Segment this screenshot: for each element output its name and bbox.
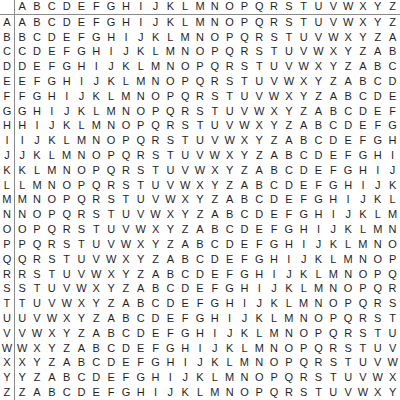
- grid-cell: P: [44, 207, 59, 222]
- grid-cell: D: [385, 74, 400, 89]
- grid-cell: F: [267, 222, 282, 237]
- grid-cell: G: [119, 385, 134, 400]
- grid-cell: X: [119, 252, 134, 267]
- grid-cell: B: [341, 89, 356, 104]
- col-header-cell: G: [104, 0, 119, 15]
- grid-cell: Q: [237, 30, 252, 45]
- grid-cell: S: [341, 341, 356, 356]
- grid-cell: X: [222, 148, 237, 163]
- grid-cell: A: [207, 207, 222, 222]
- grid-cell: I: [341, 193, 356, 208]
- grid-cell: O: [74, 163, 89, 178]
- grid-cell: F: [89, 15, 104, 30]
- grid-cell: S: [133, 163, 148, 178]
- grid-cell: L: [341, 237, 356, 252]
- grid-cell: W: [296, 59, 311, 74]
- grid-cell: Y: [267, 119, 282, 134]
- grid-cell: M: [148, 59, 163, 74]
- grid-cell: G: [222, 281, 237, 296]
- grid-cell: U: [326, 385, 341, 400]
- grid-cell: Q: [252, 15, 267, 30]
- grid-cell: N: [89, 133, 104, 148]
- grid-cell: B: [133, 296, 148, 311]
- grid-cell: R: [207, 74, 222, 89]
- grid-cell: T: [44, 267, 59, 282]
- grid-cell: Z: [252, 148, 267, 163]
- grid-cell: E: [178, 296, 193, 311]
- grid-cell: O: [15, 222, 30, 237]
- grid-cell: P: [356, 281, 371, 296]
- grid-cell: R: [370, 296, 385, 311]
- grid-cell: Y: [74, 311, 89, 326]
- grid-cell: X: [356, 15, 371, 30]
- grid-cell: Q: [89, 178, 104, 193]
- grid-cell: S: [89, 207, 104, 222]
- grid-cell: P: [193, 59, 208, 74]
- grid-cell: L: [44, 148, 59, 163]
- grid-cell: P: [59, 193, 74, 208]
- grid-cell: W: [178, 178, 193, 193]
- col-header-cell: X: [356, 0, 371, 15]
- grid-cell: I: [193, 341, 208, 356]
- grid-cell: R: [252, 30, 267, 45]
- row-header-cell: I: [0, 133, 15, 148]
- grid-cell: G: [163, 341, 178, 356]
- grid-cell: Q: [104, 163, 119, 178]
- grid-cell: K: [326, 237, 341, 252]
- grid-cell: C: [104, 341, 119, 356]
- grid-cell: M: [311, 281, 326, 296]
- grid-cell: S: [30, 267, 45, 282]
- grid-cell: V: [148, 193, 163, 208]
- grid-cell: R: [267, 15, 282, 30]
- grid-cell: T: [296, 15, 311, 30]
- grid-cell: D: [133, 326, 148, 341]
- tabula-recta-grid: ABCDEFGHIJKLMNOPQRSTUVWXYZAABCDEFGHIJKLM…: [0, 0, 400, 400]
- grid-cell: U: [281, 44, 296, 59]
- grid-cell: F: [74, 30, 89, 45]
- grid-cell: M: [59, 148, 74, 163]
- grid-cell: C: [281, 163, 296, 178]
- grid-cell: J: [89, 74, 104, 89]
- grid-cell: X: [341, 30, 356, 45]
- grid-cell: U: [252, 74, 267, 89]
- grid-cell: K: [207, 356, 222, 371]
- grid-cell: E: [356, 119, 371, 134]
- row-header-cell: F: [0, 89, 15, 104]
- grid-cell: P: [104, 148, 119, 163]
- grid-cell: A: [163, 252, 178, 267]
- grid-cell: N: [326, 281, 341, 296]
- grid-cell: E: [193, 281, 208, 296]
- grid-cell: W: [222, 133, 237, 148]
- grid-cell: F: [326, 163, 341, 178]
- grid-cell: E: [133, 341, 148, 356]
- grid-cell: H: [311, 207, 326, 222]
- grid-cell: W: [252, 104, 267, 119]
- grid-cell: J: [385, 163, 400, 178]
- grid-cell: A: [281, 133, 296, 148]
- grid-cell: J: [163, 385, 178, 400]
- grid-cell: A: [341, 74, 356, 89]
- grid-cell: T: [178, 133, 193, 148]
- grid-cell: H: [237, 281, 252, 296]
- grid-cell: Z: [44, 356, 59, 371]
- row-header-cell: U: [0, 311, 15, 326]
- grid-cell: F: [59, 44, 74, 59]
- grid-cell: P: [163, 89, 178, 104]
- row-header-cell: C: [0, 44, 15, 59]
- grid-cell: O: [311, 311, 326, 326]
- grid-cell: I: [296, 237, 311, 252]
- grid-cell: Z: [341, 59, 356, 74]
- grid-cell: O: [356, 267, 371, 282]
- grid-cell: X: [178, 193, 193, 208]
- grid-cell: C: [252, 193, 267, 208]
- grid-cell: V: [119, 222, 134, 237]
- grid-cell: Y: [341, 44, 356, 59]
- grid-cell: S: [296, 385, 311, 400]
- grid-cell: W: [341, 15, 356, 30]
- grid-cell: V: [252, 89, 267, 104]
- grid-cell: G: [296, 207, 311, 222]
- grid-cell: S: [104, 193, 119, 208]
- grid-cell: H: [296, 222, 311, 237]
- grid-cell: O: [252, 370, 267, 385]
- grid-cell: D: [193, 267, 208, 282]
- grid-cell: G: [104, 15, 119, 30]
- grid-cell: Y: [356, 30, 371, 45]
- grid-cell: N: [207, 15, 222, 30]
- grid-cell: J: [370, 178, 385, 193]
- grid-cell: Z: [104, 296, 119, 311]
- grid-cell: G: [148, 356, 163, 371]
- grid-cell: C: [193, 252, 208, 267]
- grid-cell: P: [30, 222, 45, 237]
- grid-cell: N: [119, 104, 134, 119]
- grid-cell: J: [193, 356, 208, 371]
- grid-cell: M: [356, 237, 371, 252]
- grid-cell: X: [267, 104, 282, 119]
- grid-cell: B: [74, 356, 89, 371]
- grid-cell: Y: [104, 281, 119, 296]
- grid-cell: Z: [311, 89, 326, 104]
- grid-cell: P: [119, 133, 134, 148]
- grid-cell: H: [15, 119, 30, 134]
- grid-cell: X: [148, 222, 163, 237]
- grid-cell: L: [59, 133, 74, 148]
- grid-cell: E: [15, 74, 30, 89]
- grid-cell: K: [281, 281, 296, 296]
- grid-cell: R: [59, 222, 74, 237]
- grid-cell: F: [207, 281, 222, 296]
- grid-cell: A: [104, 311, 119, 326]
- grid-cell: W: [74, 281, 89, 296]
- grid-cell: M: [237, 356, 252, 371]
- grid-cell: Z: [15, 385, 30, 400]
- grid-cell: G: [385, 119, 400, 134]
- grid-cell: Z: [163, 237, 178, 252]
- grid-cell: I: [148, 385, 163, 400]
- grid-cell: U: [89, 237, 104, 252]
- grid-cell: P: [326, 311, 341, 326]
- grid-cell: V: [311, 30, 326, 45]
- grid-cell: E: [30, 59, 45, 74]
- grid-cell: E: [237, 237, 252, 252]
- grid-cell: M: [222, 370, 237, 385]
- grid-cell: J: [119, 44, 134, 59]
- grid-cell: A: [44, 370, 59, 385]
- grid-cell: E: [385, 89, 400, 104]
- grid-cell: S: [148, 148, 163, 163]
- grid-cell: R: [356, 311, 371, 326]
- grid-cell: X: [163, 207, 178, 222]
- grid-cell: F: [296, 193, 311, 208]
- grid-cell: C: [296, 148, 311, 163]
- grid-cell: F: [222, 267, 237, 282]
- grid-cell: H: [148, 370, 163, 385]
- grid-cell: I: [385, 148, 400, 163]
- grid-cell: I: [119, 30, 134, 45]
- grid-cell: A: [15, 15, 30, 30]
- grid-cell: H: [326, 193, 341, 208]
- grid-cell: S: [74, 222, 89, 237]
- grid-cell: E: [267, 207, 282, 222]
- row-header-cell: S: [0, 281, 15, 296]
- grid-cell: O: [178, 59, 193, 74]
- grid-cell: K: [385, 178, 400, 193]
- grid-cell: Y: [222, 163, 237, 178]
- grid-cell: S: [356, 326, 371, 341]
- grid-cell: R: [311, 356, 326, 371]
- grid-cell: L: [356, 222, 371, 237]
- grid-cell: C: [119, 326, 134, 341]
- grid-cell: A: [133, 281, 148, 296]
- grid-cell: I: [311, 222, 326, 237]
- grid-cell: T: [341, 356, 356, 371]
- grid-cell: R: [296, 370, 311, 385]
- grid-cell: X: [30, 341, 45, 356]
- grid-cell: J: [178, 370, 193, 385]
- grid-cell: V: [59, 281, 74, 296]
- col-header-cell: R: [267, 0, 282, 15]
- grid-cell: R: [222, 59, 237, 74]
- col-header-cell: U: [311, 0, 326, 15]
- grid-cell: S: [370, 311, 385, 326]
- grid-cell: P: [222, 30, 237, 45]
- grid-cell: U: [119, 207, 134, 222]
- grid-cell: X: [104, 267, 119, 282]
- grid-cell: Q: [193, 74, 208, 89]
- grid-cell: J: [104, 59, 119, 74]
- grid-cell: X: [89, 281, 104, 296]
- grid-cell: W: [326, 30, 341, 45]
- grid-cell: R: [326, 341, 341, 356]
- grid-cell: I: [163, 370, 178, 385]
- grid-cell: R: [44, 237, 59, 252]
- grid-cell: U: [104, 222, 119, 237]
- grid-cell: C: [44, 15, 59, 30]
- grid-cell: G: [59, 59, 74, 74]
- row-header-cell: Z: [0, 385, 15, 400]
- grid-cell: Q: [341, 311, 356, 326]
- grid-cell: F: [15, 89, 30, 104]
- grid-cell: Y: [15, 370, 30, 385]
- row-header-cell: H: [0, 119, 15, 134]
- grid-cell: F: [237, 252, 252, 267]
- grid-cell: Z: [133, 267, 148, 282]
- grid-cell: X: [311, 59, 326, 74]
- grid-cell: P: [178, 74, 193, 89]
- grid-cell: V: [341, 385, 356, 400]
- grid-cell: R: [281, 385, 296, 400]
- grid-cell: M: [30, 178, 45, 193]
- grid-cell: V: [356, 370, 371, 385]
- col-header-cell: M: [193, 0, 208, 15]
- grid-cell: X: [44, 326, 59, 341]
- grid-cell: B: [148, 281, 163, 296]
- grid-cell: S: [59, 237, 74, 252]
- grid-cell: O: [385, 237, 400, 252]
- grid-cell: Q: [311, 341, 326, 356]
- grid-cell: T: [207, 104, 222, 119]
- grid-cell: V: [104, 237, 119, 252]
- grid-cell: V: [74, 267, 89, 282]
- grid-cell: T: [222, 89, 237, 104]
- grid-cell: D: [30, 44, 45, 59]
- grid-cell: N: [148, 74, 163, 89]
- grid-cell: E: [281, 193, 296, 208]
- grid-cell: J: [44, 119, 59, 134]
- grid-cell: T: [133, 178, 148, 193]
- grid-cell: Q: [133, 133, 148, 148]
- grid-cell: M: [178, 30, 193, 45]
- grid-cell: I: [252, 281, 267, 296]
- col-header-cell: P: [237, 0, 252, 15]
- grid-cell: P: [341, 296, 356, 311]
- grid-cell: D: [89, 370, 104, 385]
- grid-cell: S: [311, 370, 326, 385]
- grid-cell: T: [326, 370, 341, 385]
- grid-cell: Q: [148, 119, 163, 134]
- grid-cell: H: [252, 267, 267, 282]
- grid-cell: J: [267, 281, 282, 296]
- grid-cell: L: [15, 178, 30, 193]
- grid-cell: V: [281, 59, 296, 74]
- grid-cell: B: [252, 178, 267, 193]
- grid-cell: K: [370, 193, 385, 208]
- grid-cell: A: [296, 119, 311, 134]
- grid-cell: B: [104, 326, 119, 341]
- grid-cell: C: [89, 356, 104, 371]
- grid-cell: D: [237, 222, 252, 237]
- grid-cell: N: [281, 326, 296, 341]
- grid-cell: L: [311, 267, 326, 282]
- col-header-cell: T: [296, 0, 311, 15]
- grid-cell: P: [281, 356, 296, 371]
- grid-cell: W: [237, 119, 252, 134]
- grid-cell: D: [356, 104, 371, 119]
- row-header-cell: A: [0, 15, 15, 30]
- grid-cell: Y: [311, 74, 326, 89]
- grid-cell: B: [193, 237, 208, 252]
- col-header-cell: Y: [370, 0, 385, 15]
- grid-cell: V: [89, 252, 104, 267]
- grid-cell: C: [370, 74, 385, 89]
- grid-cell: U: [133, 193, 148, 208]
- grid-cell: N: [104, 119, 119, 134]
- grid-cell: K: [59, 119, 74, 134]
- row-header-cell: P: [0, 237, 15, 252]
- grid-cell: W: [207, 148, 222, 163]
- grid-cell: D: [44, 30, 59, 45]
- grid-cell: E: [341, 133, 356, 148]
- grid-cell: V: [44, 296, 59, 311]
- grid-cell: P: [385, 252, 400, 267]
- grid-cell: H: [281, 237, 296, 252]
- grid-cell: X: [193, 178, 208, 193]
- row-header-cell: T: [0, 296, 15, 311]
- grid-cell: D: [148, 311, 163, 326]
- grid-cell: V: [15, 326, 30, 341]
- grid-cell: V: [237, 104, 252, 119]
- grid-cell: R: [119, 163, 134, 178]
- grid-cell: E: [59, 30, 74, 45]
- grid-cell: H: [178, 341, 193, 356]
- grid-cell: Y: [178, 207, 193, 222]
- row-header-cell: W: [0, 341, 15, 356]
- grid-cell: Z: [296, 104, 311, 119]
- grid-cell: B: [370, 59, 385, 74]
- grid-cell: R: [74, 207, 89, 222]
- grid-cell: W: [163, 193, 178, 208]
- grid-cell: B: [178, 252, 193, 267]
- grid-cell: D: [326, 133, 341, 148]
- grid-cell: A: [178, 237, 193, 252]
- grid-cell: I: [89, 59, 104, 74]
- grid-cell: Y: [193, 193, 208, 208]
- grid-cell: Q: [59, 207, 74, 222]
- grid-cell: E: [44, 44, 59, 59]
- col-header-cell: J: [148, 0, 163, 15]
- grid-cell: N: [222, 385, 237, 400]
- grid-cell: G: [311, 193, 326, 208]
- grid-cell: M: [104, 104, 119, 119]
- grid-cell: K: [178, 385, 193, 400]
- grid-cell: O: [326, 296, 341, 311]
- grid-cell: S: [252, 44, 267, 59]
- grid-cell: W: [133, 222, 148, 237]
- grid-cell: V: [193, 148, 208, 163]
- row-header-cell: M: [0, 193, 15, 208]
- grid-cell: D: [59, 15, 74, 30]
- grid-cell: K: [252, 311, 267, 326]
- grid-cell: J: [222, 326, 237, 341]
- grid-cell: U: [15, 311, 30, 326]
- row-header-cell: N: [0, 207, 15, 222]
- row-header-cell: O: [0, 222, 15, 237]
- grid-cell: K: [15, 163, 30, 178]
- row-header-cell: V: [0, 326, 15, 341]
- grid-cell: Z: [207, 193, 222, 208]
- grid-cell: K: [311, 252, 326, 267]
- grid-cell: P: [89, 163, 104, 178]
- grid-cell: C: [237, 207, 252, 222]
- grid-cell: K: [119, 59, 134, 74]
- grid-cell: K: [104, 74, 119, 89]
- grid-cell: M: [326, 267, 341, 282]
- row-header-cell: G: [0, 104, 15, 119]
